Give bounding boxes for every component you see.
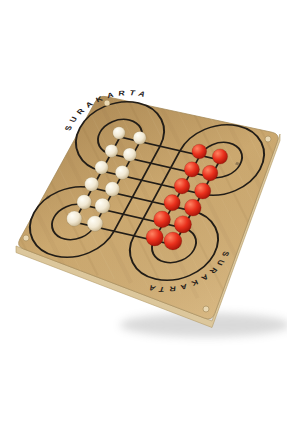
red-piece[interactable] [202,165,218,181]
red-piece[interactable] [164,232,182,250]
white-piece[interactable] [113,127,125,139]
white-piece[interactable] [87,216,103,232]
corner-peg [104,100,110,106]
white-piece[interactable] [95,161,108,174]
corner-peg [265,136,271,142]
red-piece[interactable] [184,162,199,177]
red-piece[interactable] [164,195,180,211]
white-piece[interactable] [133,131,146,144]
red-piece[interactable] [192,144,207,159]
white-piece[interactable] [67,211,82,226]
red-piece[interactable] [146,229,163,246]
white-piece[interactable] [115,166,129,180]
white-piece[interactable] [123,148,136,161]
white-piece[interactable] [105,144,118,157]
white-piece[interactable] [77,195,92,210]
red-piece[interactable] [174,178,190,194]
red-piece[interactable] [195,183,211,199]
surakarta-board-photo: SURAKARTA SURAKARTA ≣ ≣ [0,0,287,430]
red-piece[interactable] [212,149,227,164]
red-piece[interactable] [154,211,171,228]
white-piece[interactable] [105,182,120,197]
red-piece[interactable] [184,199,201,216]
red-piece[interactable] [174,216,191,233]
white-piece[interactable] [85,177,99,191]
photo: SURAKARTA SURAKARTA ≣ ≣ [0,0,287,430]
corner-peg [23,235,29,241]
white-piece[interactable] [95,198,110,213]
corner-peg [203,306,209,312]
